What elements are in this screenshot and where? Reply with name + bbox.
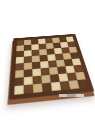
watermark-smudge	[59, 94, 84, 97]
board-square	[24, 84, 33, 94]
board-perspective-scene	[12, 25, 84, 97]
watermark-segment	[67, 94, 75, 97]
product-photo	[0, 0, 95, 126]
board-square	[14, 85, 24, 95]
watermark-segment	[76, 94, 84, 97]
board-square	[77, 79, 88, 88]
watermark-segment	[59, 94, 67, 97]
product-photo-page: { "game": "checkers / chess (empty 8x8 w…	[0, 0, 95, 126]
board-grid	[14, 36, 88, 94]
checkers-board	[9, 34, 94, 100]
